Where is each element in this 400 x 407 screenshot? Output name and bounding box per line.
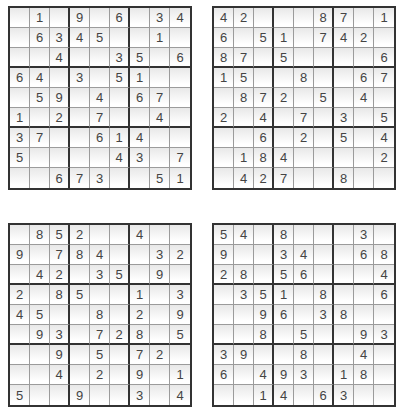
b2-cell-r9c5[interactable] — [294, 168, 314, 188]
b2-cell-r7c4[interactable] — [274, 128, 294, 148]
b1-cell-r3c4[interactable] — [70, 48, 90, 68]
b3-cell-r1c2: 8 — [30, 225, 50, 245]
b3-cell-r8c6[interactable] — [110, 365, 130, 385]
b2-cell-r2c1: 6 — [214, 28, 234, 48]
b4-cell-r6c3: 8 — [254, 325, 274, 345]
b2-cell-r8c1[interactable] — [214, 148, 234, 168]
b3-cell-r1c3: 5 — [50, 225, 70, 245]
b3-cell-r5c9: 9 — [170, 305, 190, 325]
b3-cell-r1c5[interactable] — [90, 225, 110, 245]
b4-cell-r8c5: 3 — [294, 365, 314, 385]
b1-cell-r2c1[interactable] — [10, 28, 30, 48]
b1-cell-r5c7: 6 — [130, 88, 150, 108]
b1-cell-r4c9[interactable] — [170, 68, 190, 88]
b3-cell-r2c5: 4 — [90, 245, 110, 265]
b1-cell-r2c2: 6 — [30, 28, 50, 48]
b3-cell-r7c4[interactable] — [70, 345, 90, 365]
b1-cell-r1c1[interactable] — [10, 8, 30, 28]
b4-cell-r5c9[interactable] — [374, 305, 394, 325]
b1-cell-r7c6: 1 — [110, 128, 130, 148]
b2-cell-r2c4: 1 — [274, 28, 294, 48]
b2-cell-r4c2: 5 — [234, 68, 254, 88]
b2-cell-r7c6[interactable] — [314, 128, 334, 148]
b4-cell-r8c2[interactable] — [234, 365, 254, 385]
b1-cell-r1c2: 1 — [30, 8, 50, 28]
b3-cell-r6c4[interactable] — [70, 325, 90, 345]
b1-cell-r3c7: 5 — [130, 48, 150, 68]
b2-cell-r9c6[interactable] — [314, 168, 334, 188]
b2-cell-r2c6: 7 — [314, 28, 334, 48]
b2-cell-r6c8[interactable] — [354, 108, 374, 128]
b3-cell-r8c3: 4 — [50, 365, 70, 385]
b2-cell-r2c3: 5 — [254, 28, 274, 48]
b1-cell-r7c7: 4 — [130, 128, 150, 148]
b1-cell-r9c4: 7 — [70, 168, 90, 188]
b2-cell-r1c6: 8 — [314, 8, 334, 28]
b3-cell-r7c2[interactable] — [30, 345, 50, 365]
b3-cell-r2c4: 8 — [70, 245, 90, 265]
b3-cell-r5c1: 4 — [10, 305, 30, 325]
b2-cell-r6c7: 3 — [334, 108, 354, 128]
b3-cell-r7c9[interactable] — [170, 345, 190, 365]
b4-cell-r6c7[interactable] — [334, 325, 354, 345]
b3-cell-r8c8[interactable] — [150, 365, 170, 385]
b4-cell-r9c7: 3 — [334, 385, 354, 405]
b4-cell-r9c2[interactable] — [234, 385, 254, 405]
b1-cell-r9c3: 6 — [50, 168, 70, 188]
b4-cell-r2c3[interactable] — [254, 245, 274, 265]
b2-cell-r1c8[interactable] — [354, 8, 374, 28]
b2-cell-r7c7: 5 — [334, 128, 354, 148]
b2-cell-r2c2[interactable] — [234, 28, 254, 48]
b2-cell-r6c3: 4 — [254, 108, 274, 128]
b3-cell-r9c6[interactable] — [110, 385, 130, 405]
b2-cell-r5c6: 5 — [314, 88, 334, 108]
b3-cell-r3c1[interactable] — [10, 265, 30, 285]
b4-cell-r9c1[interactable] — [214, 385, 234, 405]
b2-cell-r1c4[interactable] — [274, 8, 294, 28]
b1-cell-r1c4: 9 — [70, 8, 90, 28]
b4-cell-r9c9[interactable] — [374, 385, 394, 405]
b3-cell-r9c4: 9 — [70, 385, 90, 405]
b3-cell-r8c2[interactable] — [30, 365, 50, 385]
b2-cell-r4c7[interactable] — [334, 68, 354, 88]
b4-cell-r2c6[interactable] — [314, 245, 334, 265]
b3-cell-r4c1: 2 — [10, 285, 30, 305]
b2-cell-r3c3[interactable] — [254, 48, 274, 68]
b3-cell-r7c1[interactable] — [10, 345, 30, 365]
b4-cell-r4c4: 1 — [274, 285, 294, 305]
b4-cell-r5c1[interactable] — [214, 305, 234, 325]
b1-cell-r2c9[interactable] — [170, 28, 190, 48]
b1-cell-r4c2: 4 — [30, 68, 50, 88]
b3-cell-r3c6: 5 — [110, 265, 130, 285]
b3-cell-r4c7: 1 — [130, 285, 150, 305]
b1-cell-r3c8[interactable] — [150, 48, 170, 68]
b1-cell-r7c8[interactable] — [150, 128, 170, 148]
b4-cell-r8c4: 9 — [274, 365, 294, 385]
sudoku-board-3: 8524978432423592851345829937285957242915… — [8, 223, 192, 407]
b2-cell-r1c3[interactable] — [254, 8, 274, 28]
b2-cell-r4c6[interactable] — [314, 68, 334, 88]
b1-cell-r5c3: 9 — [50, 88, 70, 108]
b1-cell-r3c9: 6 — [170, 48, 190, 68]
b4-cell-r7c5: 8 — [294, 345, 314, 365]
b3-cell-r3c4[interactable] — [70, 265, 90, 285]
b1-cell-r9c8: 5 — [150, 168, 170, 188]
b2-cell-r3c4: 5 — [274, 48, 294, 68]
b4-cell-r2c2[interactable] — [234, 245, 254, 265]
b2-cell-r7c8[interactable] — [354, 128, 374, 148]
b4-cell-r3c2: 8 — [234, 265, 254, 285]
b3-cell-r6c5: 7 — [90, 325, 110, 345]
b4-cell-r6c5: 5 — [294, 325, 314, 345]
b2-cell-r6c6[interactable] — [314, 108, 334, 128]
b4-cell-r5c8[interactable] — [354, 305, 374, 325]
b2-cell-r9c7: 8 — [334, 168, 354, 188]
b1-cell-r5c4[interactable] — [70, 88, 90, 108]
b3-cell-r9c3[interactable] — [50, 385, 70, 405]
b4-cell-r1c3[interactable] — [254, 225, 274, 245]
sudoku-board-4: 5483934682856435186963885933984649318146… — [212, 223, 396, 407]
b3-cell-r9c9: 4 — [170, 385, 190, 405]
b3-cell-r2c8: 3 — [150, 245, 170, 265]
b1-cell-r7c1: 3 — [10, 128, 30, 148]
b4-cell-r5c4: 6 — [274, 305, 294, 325]
b2-cell-r8c2: 1 — [234, 148, 254, 168]
b1-cell-r6c3: 2 — [50, 108, 70, 128]
b4-cell-r4c7[interactable] — [334, 285, 354, 305]
b1-cell-r6c8: 4 — [150, 108, 170, 128]
b1-cell-r1c6: 6 — [110, 8, 130, 28]
b2-cell-r4c5: 8 — [294, 68, 314, 88]
b1-cell-r7c4[interactable] — [70, 128, 90, 148]
b4-cell-r4c2: 3 — [234, 285, 254, 305]
b4-cell-r7c7[interactable] — [334, 345, 354, 365]
b4-cell-r6c6[interactable] — [314, 325, 334, 345]
b1-cell-r6c7[interactable] — [130, 108, 150, 128]
b3-cell-r4c2[interactable] — [30, 285, 50, 305]
b1-cell-r7c3[interactable] — [50, 128, 70, 148]
b3-cell-r8c1[interactable] — [10, 365, 30, 385]
b1-cell-r6c6[interactable] — [110, 108, 130, 128]
b2-cell-r5c3: 7 — [254, 88, 274, 108]
b3-cell-r4c9: 3 — [170, 285, 190, 305]
b4-cell-r1c2: 4 — [234, 225, 254, 245]
b4-cell-r5c5[interactable] — [294, 305, 314, 325]
b3-cell-r6c1[interactable] — [10, 325, 30, 345]
b3-cell-r8c4[interactable] — [70, 365, 90, 385]
b1-cell-r8c3[interactable] — [50, 148, 70, 168]
b4-cell-r1c6[interactable] — [314, 225, 334, 245]
b3-cell-r1c1[interactable] — [10, 225, 30, 245]
b2-cell-r2c5[interactable] — [294, 28, 314, 48]
b2-cell-r9c9[interactable] — [374, 168, 394, 188]
b1-cell-r8c4[interactable] — [70, 148, 90, 168]
b4-cell-r6c2[interactable] — [234, 325, 254, 345]
b2-cell-r4c8: 6 — [354, 68, 374, 88]
b2-cell-r3c7[interactable] — [334, 48, 354, 68]
b3-cell-r4c4: 5 — [70, 285, 90, 305]
b1-cell-r3c2[interactable] — [30, 48, 50, 68]
b2-cell-r5c1[interactable] — [214, 88, 234, 108]
b2-cell-r3c1: 8 — [214, 48, 234, 68]
b4-cell-r5c2[interactable] — [234, 305, 254, 325]
b3-cell-r2c6[interactable] — [110, 245, 130, 265]
b1-cell-r5c1[interactable] — [10, 88, 30, 108]
b2-cell-r1c1: 4 — [214, 8, 234, 28]
b1-cell-r5c6[interactable] — [110, 88, 130, 108]
b1-cell-r2c4: 4 — [70, 28, 90, 48]
b1-cell-r4c6: 5 — [110, 68, 130, 88]
b2-cell-r4c3[interactable] — [254, 68, 274, 88]
b1-cell-r4c3[interactable] — [50, 68, 70, 88]
b3-cell-r5c7: 2 — [130, 305, 150, 325]
b1-cell-r9c9: 1 — [170, 168, 190, 188]
b4-cell-r3c1: 2 — [214, 265, 234, 285]
b3-cell-r8c7: 9 — [130, 365, 150, 385]
b1-cell-r2c5: 5 — [90, 28, 110, 48]
b3-cell-r6c6: 2 — [110, 325, 130, 345]
b4-cell-r9c3: 1 — [254, 385, 274, 405]
b4-cell-r2c9: 8 — [374, 245, 394, 265]
b1-cell-r8c9: 7 — [170, 148, 190, 168]
b2-cell-r7c5: 2 — [294, 128, 314, 148]
b3-cell-r4c3: 8 — [50, 285, 70, 305]
b1-cell-r9c1[interactable] — [10, 168, 30, 188]
b4-cell-r8c9[interactable] — [374, 365, 394, 385]
b3-cell-r7c7: 7 — [130, 345, 150, 365]
b2-cell-r8c3: 8 — [254, 148, 274, 168]
b3-cell-r8c5: 2 — [90, 365, 110, 385]
b4-cell-r3c5: 6 — [294, 265, 314, 285]
b4-cell-r7c8: 4 — [354, 345, 374, 365]
sudoku-board-2: 4287165174287561586787254247356254184242… — [212, 6, 396, 190]
b1-cell-r4c5[interactable] — [90, 68, 110, 88]
b2-cell-r3c8[interactable] — [354, 48, 374, 68]
b1-cell-r4c7: 1 — [130, 68, 150, 88]
b4-cell-r9c5[interactable] — [294, 385, 314, 405]
b3-cell-r1c7: 4 — [130, 225, 150, 245]
b1-cell-r3c1[interactable] — [10, 48, 30, 68]
b2-cell-r3c6[interactable] — [314, 48, 334, 68]
b1-cell-r9c7[interactable] — [130, 168, 150, 188]
b2-cell-r8c8[interactable] — [354, 148, 374, 168]
b2-cell-r7c2[interactable] — [234, 128, 254, 148]
b3-cell-r9c8[interactable] — [150, 385, 170, 405]
b3-cell-r3c3: 2 — [50, 265, 70, 285]
b3-cell-r1c8[interactable] — [150, 225, 170, 245]
b4-cell-r5c3: 9 — [254, 305, 274, 325]
b3-cell-r5c3[interactable] — [50, 305, 70, 325]
b4-cell-r7c9[interactable] — [374, 345, 394, 365]
b2-cell-r9c3: 2 — [254, 168, 274, 188]
b2-cell-r9c8[interactable] — [354, 168, 374, 188]
b4-cell-r6c8: 9 — [354, 325, 374, 345]
b4-cell-r1c7[interactable] — [334, 225, 354, 245]
b3-cell-r5c6[interactable] — [110, 305, 130, 325]
b1-cell-r2c3: 3 — [50, 28, 70, 48]
b3-cell-r9c5[interactable] — [90, 385, 110, 405]
b4-cell-r2c4: 3 — [274, 245, 294, 265]
b4-cell-r3c6[interactable] — [314, 265, 334, 285]
b4-cell-r7c6[interactable] — [314, 345, 334, 365]
b1-cell-r8c6: 4 — [110, 148, 130, 168]
b3-cell-r7c6[interactable] — [110, 345, 130, 365]
b1-cell-r2c7[interactable] — [130, 28, 150, 48]
b1-cell-r1c3[interactable] — [50, 8, 70, 28]
b1-cell-r1c5[interactable] — [90, 8, 110, 28]
b3-cell-r9c2[interactable] — [30, 385, 50, 405]
b1-cell-r6c2[interactable] — [30, 108, 50, 128]
b3-cell-r3c7[interactable] — [130, 265, 150, 285]
b3-cell-r7c8: 2 — [150, 345, 170, 365]
b3-cell-r9c1: 5 — [10, 385, 30, 405]
b4-cell-r7c4[interactable] — [274, 345, 294, 365]
b4-cell-r9c4: 4 — [274, 385, 294, 405]
b2-cell-r2c8: 2 — [354, 28, 374, 48]
b4-cell-r2c1: 9 — [214, 245, 234, 265]
b3-cell-r2c7[interactable] — [130, 245, 150, 265]
b4-cell-r8c1: 6 — [214, 365, 234, 385]
b4-cell-r8c7: 1 — [334, 365, 354, 385]
b1-cell-r5c2: 5 — [30, 88, 50, 108]
b2-cell-r7c1[interactable] — [214, 128, 234, 148]
b3-cell-r1c9[interactable] — [170, 225, 190, 245]
b2-cell-r3c9: 6 — [374, 48, 394, 68]
b4-cell-r2c8: 6 — [354, 245, 374, 265]
b3-cell-r4c5[interactable] — [90, 285, 110, 305]
b1-cell-r4c1: 6 — [10, 68, 30, 88]
b2-cell-r8c7[interactable] — [334, 148, 354, 168]
b4-cell-r3c3[interactable] — [254, 265, 274, 285]
b1-cell-r6c4[interactable] — [70, 108, 90, 128]
b4-cell-r4c6: 8 — [314, 285, 334, 305]
b1-cell-r8c8[interactable] — [150, 148, 170, 168]
b1-cell-r1c9: 4 — [170, 8, 190, 28]
b2-cell-r7c9: 4 — [374, 128, 394, 148]
b2-cell-r5c2: 8 — [234, 88, 254, 108]
b4-cell-r4c5[interactable] — [294, 285, 314, 305]
b3-cell-r9c7: 3 — [130, 385, 150, 405]
b1-cell-r8c2[interactable] — [30, 148, 50, 168]
b4-cell-r5c6: 3 — [314, 305, 334, 325]
b2-cell-r1c5[interactable] — [294, 8, 314, 28]
b3-cell-r2c1: 9 — [10, 245, 30, 265]
b4-cell-r3c7[interactable] — [334, 265, 354, 285]
b2-cell-r8c6[interactable] — [314, 148, 334, 168]
b3-cell-r5c5: 8 — [90, 305, 110, 325]
b2-cell-r7c3: 6 — [254, 128, 274, 148]
b2-cell-r3c5[interactable] — [294, 48, 314, 68]
b1-cell-r2c8: 1 — [150, 28, 170, 48]
b1-cell-r2c6[interactable] — [110, 28, 130, 48]
b2-cell-r6c5: 7 — [294, 108, 314, 128]
b4-cell-r1c4: 8 — [274, 225, 294, 245]
b3-cell-r3c9[interactable] — [170, 265, 190, 285]
b1-cell-r4c8[interactable] — [150, 68, 170, 88]
b4-cell-r9c6: 6 — [314, 385, 334, 405]
b2-cell-r6c2[interactable] — [234, 108, 254, 128]
b1-cell-r7c9[interactable] — [170, 128, 190, 148]
b1-cell-r5c9[interactable] — [170, 88, 190, 108]
b4-cell-r1c9[interactable] — [374, 225, 394, 245]
b4-cell-r9c8[interactable] — [354, 385, 374, 405]
b3-cell-r6c9: 5 — [170, 325, 190, 345]
b2-cell-r1c2: 2 — [234, 8, 254, 28]
b2-cell-r5c5[interactable] — [294, 88, 314, 108]
b4-cell-r4c3: 5 — [254, 285, 274, 305]
b2-cell-r5c7[interactable] — [334, 88, 354, 108]
b4-cell-r4c8[interactable] — [354, 285, 374, 305]
b3-cell-r3c8: 9 — [150, 265, 170, 285]
b2-cell-r5c9[interactable] — [374, 88, 394, 108]
b4-cell-r6c1[interactable] — [214, 325, 234, 345]
b3-cell-r1c6[interactable] — [110, 225, 130, 245]
b2-cell-r5c4: 2 — [274, 88, 294, 108]
b1-cell-r9c6[interactable] — [110, 168, 130, 188]
b2-cell-r5c8: 4 — [354, 88, 374, 108]
b4-cell-r8c6[interactable] — [314, 365, 334, 385]
b1-cell-r5c8: 7 — [150, 88, 170, 108]
b3-cell-r6c7: 8 — [130, 325, 150, 345]
b3-cell-r3c5: 3 — [90, 265, 110, 285]
b3-cell-r6c8[interactable] — [150, 325, 170, 345]
b2-cell-r8c5[interactable] — [294, 148, 314, 168]
b3-cell-r5c8[interactable] — [150, 305, 170, 325]
b2-cell-r4c4[interactable] — [274, 68, 294, 88]
b3-cell-r2c2[interactable] — [30, 245, 50, 265]
b3-cell-r4c6[interactable] — [110, 285, 130, 305]
b2-cell-r3c2: 7 — [234, 48, 254, 68]
b2-cell-r9c4: 7 — [274, 168, 294, 188]
b4-cell-r2c7[interactable] — [334, 245, 354, 265]
b3-cell-r2c3: 7 — [50, 245, 70, 265]
b4-cell-r1c1: 5 — [214, 225, 234, 245]
b2-cell-r6c4[interactable] — [274, 108, 294, 128]
b4-cell-r6c9: 3 — [374, 325, 394, 345]
b1-cell-r3c3: 4 — [50, 48, 70, 68]
b4-cell-r6c4[interactable] — [274, 325, 294, 345]
b2-cell-r2c9[interactable] — [374, 28, 394, 48]
b4-cell-r7c3[interactable] — [254, 345, 274, 365]
b4-cell-r4c1[interactable] — [214, 285, 234, 305]
b1-cell-r1c8: 3 — [150, 8, 170, 28]
b4-cell-r3c8[interactable] — [354, 265, 374, 285]
b1-cell-r3c5[interactable] — [90, 48, 110, 68]
b1-cell-r9c2[interactable] — [30, 168, 50, 188]
b1-cell-r8c7: 3 — [130, 148, 150, 168]
b3-cell-r5c2: 5 — [30, 305, 50, 325]
b2-cell-r9c1[interactable] — [214, 168, 234, 188]
b1-cell-r3c6: 3 — [110, 48, 130, 68]
b4-cell-r1c5[interactable] — [294, 225, 314, 245]
b1-cell-r6c9[interactable] — [170, 108, 190, 128]
b3-cell-r5c4[interactable] — [70, 305, 90, 325]
b1-cell-r8c5[interactable] — [90, 148, 110, 168]
sudoku-board-1: 1963463451435664351594671274376145437673… — [8, 6, 192, 190]
b3-cell-r2c9: 2 — [170, 245, 190, 265]
b1-cell-r9c5: 3 — [90, 168, 110, 188]
b2-cell-r1c9: 1 — [374, 8, 394, 28]
b1-cell-r1c7[interactable] — [130, 8, 150, 28]
b2-cell-r6c9: 5 — [374, 108, 394, 128]
b3-cell-r4c8[interactable] — [150, 285, 170, 305]
b2-cell-r9c2: 4 — [234, 168, 254, 188]
b2-cell-r8c4: 4 — [274, 148, 294, 168]
b4-cell-r2c5: 4 — [294, 245, 314, 265]
b3-cell-r7c3: 9 — [50, 345, 70, 365]
